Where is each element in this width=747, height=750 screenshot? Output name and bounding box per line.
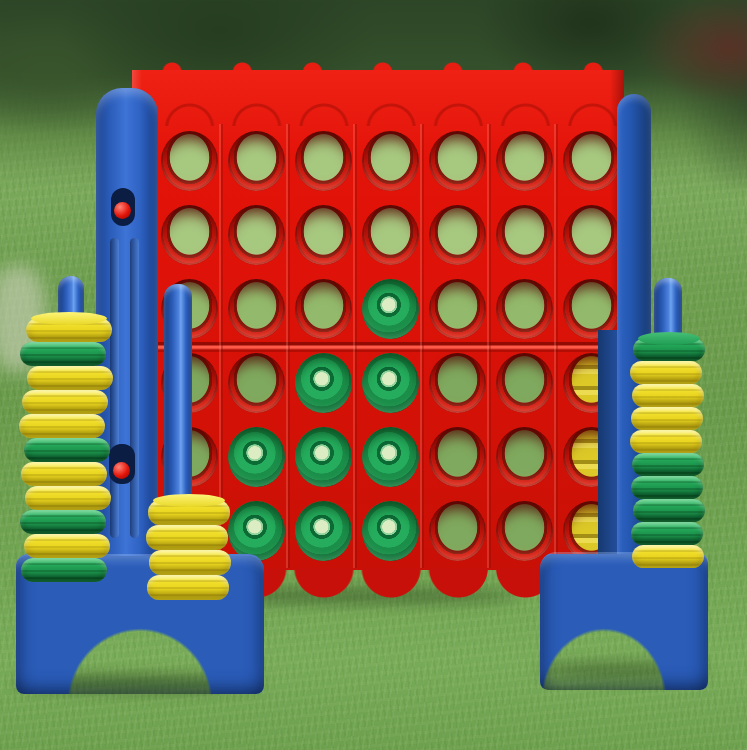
far-left-disc-stack	[18, 318, 114, 582]
disc-yellow[interactable]	[632, 384, 704, 407]
disc-yellow[interactable]	[146, 525, 228, 550]
disc-yellow[interactable]	[631, 407, 703, 430]
cell-r1c7[interactable]	[558, 124, 625, 198]
cell-r2c2[interactable]	[223, 198, 290, 272]
right-disc-stack	[629, 338, 707, 568]
cell-r3c4[interactable]	[357, 272, 424, 346]
cell-r1c2[interactable]	[223, 124, 290, 198]
disc-yellow[interactable]	[147, 575, 229, 600]
disc-yellow[interactable]	[630, 361, 702, 384]
cell-r6c3[interactable]	[290, 494, 357, 568]
disc-yellow[interactable]	[27, 366, 113, 390]
cell-r2c4[interactable]	[357, 198, 424, 272]
front-left-disc-stack	[145, 500, 233, 600]
cell-r5c4[interactable]	[357, 420, 424, 494]
cell-r2c5[interactable]	[424, 198, 491, 272]
cell-r5c3[interactable]	[290, 420, 357, 494]
cell-r6c5[interactable]	[424, 494, 491, 568]
disc-yellow[interactable]	[25, 486, 111, 510]
cell-r4c5[interactable]	[424, 346, 491, 420]
disc-green[interactable]	[20, 342, 106, 366]
cell-r4c6[interactable]	[491, 346, 558, 420]
disc-green[interactable]	[20, 510, 106, 534]
disc-yellow[interactable]	[22, 390, 108, 414]
cell-r5c6[interactable]	[491, 420, 558, 494]
cell-r2c7[interactable]	[558, 198, 625, 272]
disc-green[interactable]	[632, 453, 704, 476]
cell-r5c5[interactable]	[424, 420, 491, 494]
disc-yellow[interactable]	[632, 545, 704, 568]
cell-r3c3[interactable]	[290, 272, 357, 346]
cell-r4c2[interactable]	[223, 346, 290, 420]
disc-green[interactable]	[633, 338, 705, 361]
board-rim-arcs	[132, 98, 624, 126]
cell-r3c2[interactable]	[223, 272, 290, 346]
cell-r2c3[interactable]	[290, 198, 357, 272]
cell-r1c4[interactable]	[357, 124, 424, 198]
cell-r2c6[interactable]	[491, 198, 558, 272]
cell-r1c1[interactable]	[156, 124, 223, 198]
cell-r4c4[interactable]	[357, 346, 424, 420]
disc-yellow[interactable]	[149, 550, 231, 575]
cell-r5c2[interactable]	[223, 420, 290, 494]
cell-r1c6[interactable]	[491, 124, 558, 198]
disc-green[interactable]	[631, 522, 703, 545]
cell-r1c5[interactable]	[424, 124, 491, 198]
front-left-disc-peg	[164, 284, 192, 508]
disc-yellow[interactable]	[19, 414, 105, 438]
disc-yellow[interactable]	[21, 462, 107, 486]
right-base-foot: FEBER	[540, 552, 708, 690]
disc-green[interactable]	[21, 558, 107, 582]
scene-giant-connect-four: FEBER FEBER	[0, 0, 747, 750]
cell-r4c3[interactable]	[290, 346, 357, 420]
disc-green[interactable]	[24, 438, 110, 462]
red-pin-upper-icon	[114, 202, 131, 219]
red-pin-lower-icon	[113, 462, 130, 479]
disc-yellow[interactable]	[630, 430, 702, 453]
disc-yellow[interactable]	[26, 318, 112, 342]
disc-green[interactable]	[631, 476, 703, 499]
left-leg-groove-2	[130, 238, 139, 538]
cell-r1c3[interactable]	[290, 124, 357, 198]
disc-green[interactable]	[633, 499, 705, 522]
cell-r6c4[interactable]	[357, 494, 424, 568]
cell-r3c6[interactable]	[491, 272, 558, 346]
cell-r3c5[interactable]	[424, 272, 491, 346]
board-top-scallops	[132, 42, 624, 72]
cell-r2c1[interactable]	[156, 198, 223, 272]
disc-yellow[interactable]	[24, 534, 110, 558]
disc-yellow[interactable]	[148, 500, 230, 525]
